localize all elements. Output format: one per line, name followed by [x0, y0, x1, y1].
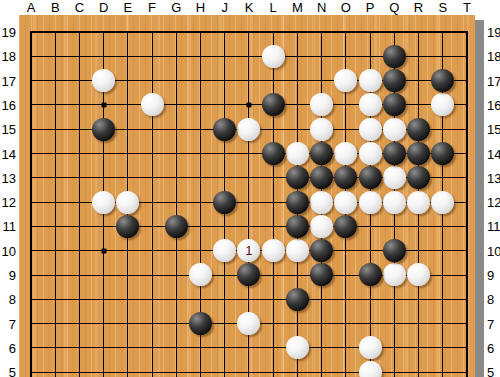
column-label: L — [270, 1, 277, 14]
stone-white-Q9 — [383, 263, 406, 286]
stone-black-O11 — [334, 215, 357, 238]
stone-black-M8 — [286, 288, 309, 311]
stone-black-D15 — [92, 118, 115, 141]
column-label: S — [438, 1, 447, 14]
stone-white-M10 — [286, 239, 309, 262]
stone-white-R9 — [407, 263, 430, 286]
stone-black-H7 — [189, 312, 212, 335]
stone-white-N15 — [310, 118, 333, 141]
row-label-left: 11 — [0, 220, 16, 233]
stone-white-P5 — [359, 361, 382, 377]
stone-white-P16 — [359, 93, 382, 116]
row-label-left: 16 — [0, 98, 16, 111]
stone-black-G11 — [165, 215, 188, 238]
row-label-left: 18 — [0, 50, 16, 63]
stone-black-Q14 — [383, 142, 406, 165]
stone-black-L14 — [262, 142, 285, 165]
stone-white-E12 — [116, 191, 139, 214]
column-label: D — [99, 1, 108, 14]
column-label: G — [171, 1, 181, 14]
column-label: Q — [389, 1, 399, 14]
row-label-right: 17 — [487, 74, 500, 87]
row-label-left: 19 — [0, 26, 16, 39]
stone-black-N14 — [310, 142, 333, 165]
stone-white-K10: 1 — [237, 239, 260, 262]
stone-white-P12 — [359, 191, 382, 214]
stone-black-P9 — [359, 263, 382, 286]
row-label-right: 11 — [487, 220, 500, 233]
stone-black-O13 — [334, 166, 357, 189]
stone-white-S12 — [431, 191, 454, 214]
row-label-right: 12 — [487, 196, 500, 209]
row-label-left: 9 — [0, 269, 16, 282]
stone-white-O14 — [334, 142, 357, 165]
go-board-screenshot: ABCDEFGHJKLMNOPQRST191918181717161615151… — [0, 0, 500, 377]
row-label-left: 7 — [0, 317, 16, 330]
stone-white-H9 — [189, 263, 212, 286]
row-label-right: 5 — [487, 366, 500, 377]
stone-black-Q16 — [383, 93, 406, 116]
row-label-right: 16 — [487, 98, 500, 111]
stone-black-Q18 — [383, 45, 406, 68]
stone-white-K15 — [237, 118, 260, 141]
row-label-right: 9 — [487, 269, 500, 282]
stone-white-P6 — [359, 336, 382, 359]
stone-black-E11 — [116, 215, 139, 238]
stone-black-S17 — [431, 69, 454, 92]
row-label-right: 8 — [487, 293, 500, 306]
stone-white-N16 — [310, 93, 333, 116]
stone-black-N10 — [310, 239, 333, 262]
column-label: P — [366, 1, 375, 14]
column-label: T — [463, 1, 471, 14]
column-label: B — [51, 1, 60, 14]
stone-black-J15 — [213, 118, 236, 141]
column-label: J — [222, 1, 229, 14]
row-label-left: 5 — [0, 366, 16, 377]
row-label-left: 15 — [0, 123, 16, 136]
column-label: R — [414, 1, 423, 14]
stone-white-Q12 — [383, 191, 406, 214]
row-label-right: 19 — [487, 26, 500, 39]
stone-black-N9 — [310, 263, 333, 286]
stone-white-N12 — [310, 191, 333, 214]
row-label-right: 15 — [487, 123, 500, 136]
stone-black-R13 — [407, 166, 430, 189]
stone-white-P17 — [359, 69, 382, 92]
stone-white-R12 — [407, 191, 430, 214]
column-label: F — [148, 1, 156, 14]
stone-white-L18 — [262, 45, 285, 68]
stone-white-P14 — [359, 142, 382, 165]
row-label-left: 10 — [0, 244, 16, 257]
stone-white-F16 — [141, 93, 164, 116]
column-label: E — [124, 1, 133, 14]
column-label: A — [27, 1, 36, 14]
row-label-right: 13 — [487, 171, 500, 184]
stone-white-S16 — [431, 93, 454, 116]
stone-white-L10 — [262, 239, 285, 262]
stone-white-M14 — [286, 142, 309, 165]
stone-black-Q17 — [383, 69, 406, 92]
row-label-left: 8 — [0, 293, 16, 306]
stone-black-L16 — [262, 93, 285, 116]
column-label: K — [245, 1, 254, 14]
stone-white-Q15 — [383, 118, 406, 141]
stone-black-M13 — [286, 166, 309, 189]
column-label: N — [317, 1, 326, 14]
stone-black-S14 — [431, 142, 454, 165]
stone-white-N11 — [310, 215, 333, 238]
stone-white-D17 — [92, 69, 115, 92]
stone-black-R14 — [407, 142, 430, 165]
stone-black-M12 — [286, 191, 309, 214]
stone-black-N13 — [310, 166, 333, 189]
row-label-left: 17 — [0, 74, 16, 87]
stone-black-R15 — [407, 118, 430, 141]
stone-white-J10 — [213, 239, 236, 262]
row-label-left: 14 — [0, 147, 16, 160]
column-label: H — [196, 1, 205, 14]
stone-white-O12 — [334, 191, 357, 214]
column-label: M — [292, 1, 303, 14]
move-number-label: 1 — [245, 244, 252, 257]
stone-white-P15 — [359, 118, 382, 141]
row-label-right: 10 — [487, 244, 500, 257]
row-label-right: 7 — [487, 317, 500, 330]
stone-white-Q13 — [383, 166, 406, 189]
row-label-left: 13 — [0, 171, 16, 184]
column-label: C — [75, 1, 84, 14]
row-label-right: 6 — [487, 341, 500, 354]
column-label: O — [341, 1, 351, 14]
stone-white-D12 — [92, 191, 115, 214]
row-label-right: 14 — [487, 147, 500, 160]
stone-black-K9 — [237, 263, 260, 286]
row-label-left: 12 — [0, 196, 16, 209]
stone-white-K7 — [237, 312, 260, 335]
stone-black-J12 — [213, 191, 236, 214]
stone-black-Q10 — [383, 239, 406, 262]
stone-white-O17 — [334, 69, 357, 92]
row-label-left: 6 — [0, 341, 16, 354]
stone-white-M6 — [286, 336, 309, 359]
stone-black-P13 — [359, 166, 382, 189]
row-label-right: 18 — [487, 50, 500, 63]
stones-grid: 1 — [19, 20, 479, 377]
stone-black-M11 — [286, 215, 309, 238]
